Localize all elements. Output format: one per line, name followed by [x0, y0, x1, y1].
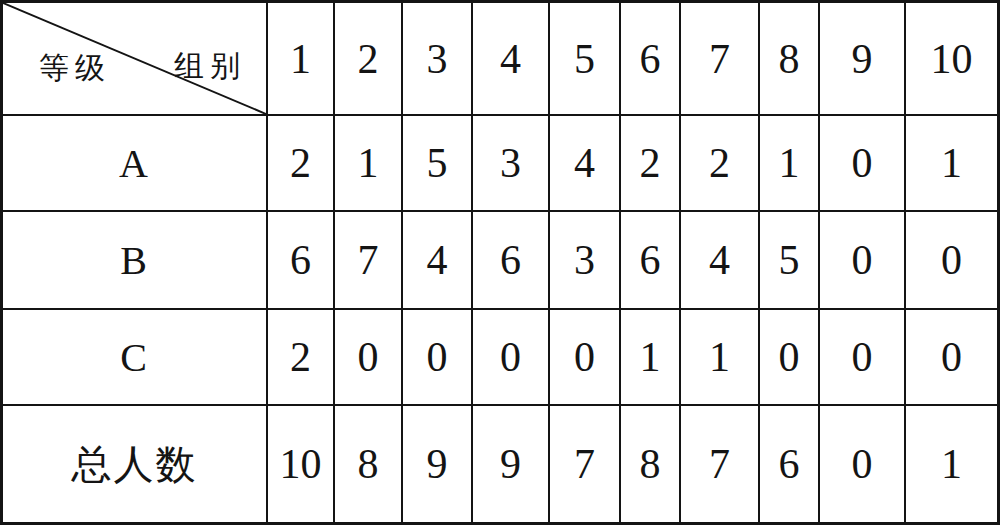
- table-cell: 0: [820, 212, 906, 310]
- table-cell: 9: [473, 406, 550, 522]
- table-cell: 1: [681, 310, 760, 406]
- table-cell: 2: [681, 116, 760, 212]
- table-cell: 2: [621, 116, 681, 212]
- row-axis-label: 等级: [39, 53, 111, 83]
- column-header: 5: [550, 3, 621, 116]
- table-cell: 0: [760, 310, 820, 406]
- table-cell: 5: [403, 116, 473, 212]
- column-header: 6: [621, 3, 681, 116]
- table-cell: 7: [550, 406, 621, 522]
- table-cell: 7: [681, 406, 760, 522]
- grade-group-table: 等级 组别 1 2 3 4 5 6 7 8 9 10 A 2 1 5 3 4 2…: [0, 0, 1000, 525]
- table-cell: 6: [473, 212, 550, 310]
- row-label-total: 总人数: [3, 406, 268, 522]
- table-cell: 4: [681, 212, 760, 310]
- table-cell: 0: [473, 310, 550, 406]
- table-cell: 6: [621, 212, 681, 310]
- table-cell: 6: [760, 406, 820, 522]
- table-cell: 1: [621, 310, 681, 406]
- column-header: 9: [820, 3, 906, 116]
- table-cell: 0: [403, 310, 473, 406]
- table-cell: 7: [335, 212, 403, 310]
- column-header: 1: [268, 3, 335, 116]
- table-cell: 9: [403, 406, 473, 522]
- table-cell: 3: [473, 116, 550, 212]
- table-cell: 3: [550, 212, 621, 310]
- column-header: 2: [335, 3, 403, 116]
- column-header: 3: [403, 3, 473, 116]
- table-cell: 0: [820, 310, 906, 406]
- table-cell: 8: [621, 406, 681, 522]
- table-cell: 1: [760, 116, 820, 212]
- table-cell: 0: [906, 212, 997, 310]
- table-cell: 1: [906, 116, 997, 212]
- table-cell: 8: [335, 406, 403, 522]
- table-cell: 4: [403, 212, 473, 310]
- table-cell: 4: [550, 116, 621, 212]
- row-label-c: C: [3, 310, 268, 406]
- row-label-b: B: [3, 212, 268, 310]
- column-header: 7: [681, 3, 760, 116]
- table-cell: 5: [760, 212, 820, 310]
- table-cell: 2: [268, 310, 335, 406]
- table-cell: 0: [820, 406, 906, 522]
- table-cell: 1: [335, 116, 403, 212]
- table-cell: 0: [820, 116, 906, 212]
- table-cell: 0: [335, 310, 403, 406]
- column-header: 10: [906, 3, 997, 116]
- col-axis-label: 组别: [174, 51, 246, 81]
- column-header: 8: [760, 3, 820, 116]
- table-cell: 10: [268, 406, 335, 522]
- table-cell: 2: [268, 116, 335, 212]
- table-cell: 0: [550, 310, 621, 406]
- column-header: 4: [473, 3, 550, 116]
- table-cell: 6: [268, 212, 335, 310]
- diagonal-header-cell: 等级 组别: [3, 3, 268, 116]
- table-cell: 0: [906, 310, 997, 406]
- row-label-a: A: [3, 116, 268, 212]
- table-cell: 1: [906, 406, 997, 522]
